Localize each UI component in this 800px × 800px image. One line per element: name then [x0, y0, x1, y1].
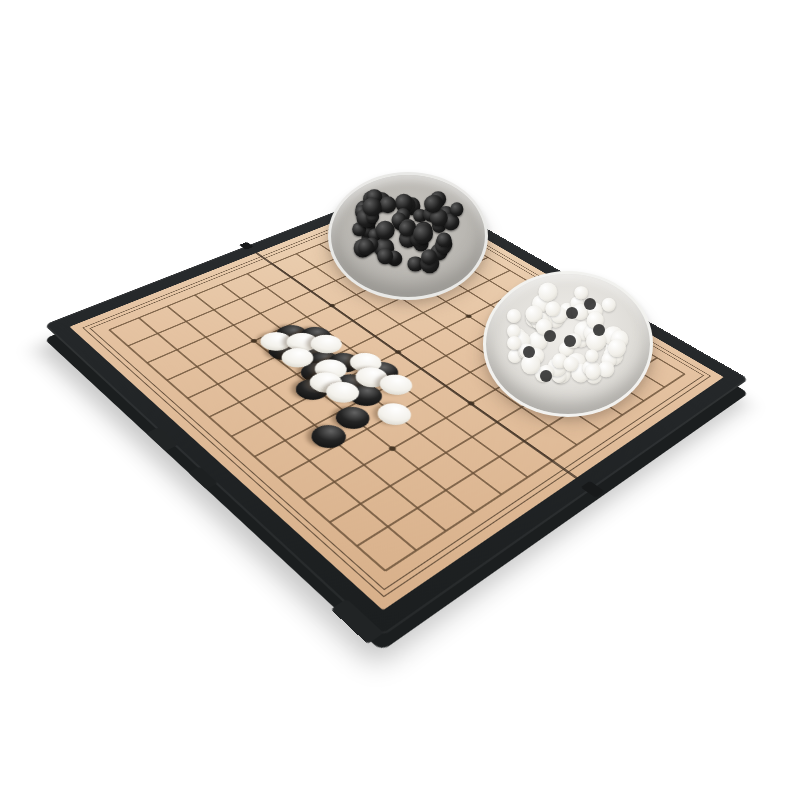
black-bowl-stone — [424, 195, 442, 213]
hinge-seam-notch — [239, 242, 254, 250]
white-bowl-stone — [507, 309, 521, 323]
black-bowl-stone — [436, 232, 451, 247]
white-stones-bowl — [483, 271, 653, 417]
black-stone-in-white-tray — [540, 370, 552, 382]
black-bowl-opening — [333, 177, 483, 291]
black-bowl-stone — [422, 249, 438, 265]
white-bowl-stone — [602, 298, 616, 312]
black-stone-in-white-tray — [566, 307, 578, 319]
white-bowl-stone — [564, 356, 579, 371]
white-bowl-stone — [538, 282, 557, 301]
black-bowl-stone — [376, 221, 395, 240]
product-photo-stage — [0, 0, 800, 800]
white-bowl-stone — [507, 336, 521, 350]
black-bowl-stone — [413, 224, 433, 244]
black-stone-in-white-tray — [584, 298, 596, 310]
white-bowl-stone — [585, 349, 598, 362]
black-stone-in-white-tray — [564, 335, 576, 347]
black-bowl-stone — [362, 198, 381, 217]
white-bowl-opening — [488, 276, 648, 408]
black-stones-bowl — [328, 172, 488, 300]
corner-foot — [331, 599, 384, 644]
black-stone-in-white-tray — [544, 330, 556, 342]
black-bowl-stone — [379, 196, 396, 213]
black-stone-in-white-tray — [593, 324, 605, 336]
white-bowl-stone — [574, 286, 588, 300]
white-bowl-stone — [598, 361, 614, 377]
white-bowl-stone — [608, 340, 626, 358]
black-bowl-stone — [358, 239, 374, 255]
black-bowl-stone — [377, 249, 393, 265]
black-stone-in-white-tray — [523, 346, 535, 358]
black-bowl-stone — [450, 203, 463, 216]
